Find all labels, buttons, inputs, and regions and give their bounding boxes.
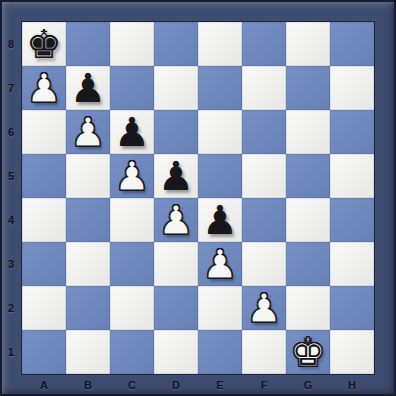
file-label-d: D — [154, 374, 198, 396]
square-a7[interactable]: ♟ — [22, 66, 66, 110]
square-e7[interactable] — [198, 66, 242, 110]
square-g8[interactable] — [286, 22, 330, 66]
square-b3[interactable] — [66, 242, 110, 286]
square-h7[interactable] — [330, 66, 374, 110]
white-pawn-c5[interactable]: ♟ — [114, 154, 150, 198]
square-g7[interactable] — [286, 66, 330, 110]
square-f4[interactable] — [242, 198, 286, 242]
file-label-e: E — [198, 374, 242, 396]
square-h5[interactable] — [330, 154, 374, 198]
square-f2[interactable]: ♟ — [242, 286, 286, 330]
square-c8[interactable] — [110, 22, 154, 66]
square-e6[interactable] — [198, 110, 242, 154]
square-b6[interactable]: ♟ — [66, 110, 110, 154]
square-g5[interactable] — [286, 154, 330, 198]
file-label-g: G — [286, 374, 330, 396]
square-f8[interactable] — [242, 22, 286, 66]
square-b4[interactable] — [66, 198, 110, 242]
square-a5[interactable] — [22, 154, 66, 198]
rank-label-4: 4 — [0, 198, 22, 242]
square-a1[interactable] — [22, 330, 66, 374]
rank-label-6: 6 — [0, 110, 22, 154]
square-d4[interactable]: ♟ — [154, 198, 198, 242]
black-pawn-b7[interactable]: ♟ — [70, 66, 106, 110]
square-b1[interactable] — [66, 330, 110, 374]
square-h3[interactable] — [330, 242, 374, 286]
white-pawn-f2[interactable]: ♟ — [246, 286, 282, 330]
board: ♚♟♟♟♟♟♟♟♟♟♟♚ — [22, 22, 374, 374]
file-label-h: H — [330, 374, 374, 396]
rank-label-7: 7 — [0, 66, 22, 110]
chess-diagram-frame: 87654321 ♚♟♟♟♟♟♟♟♟♟♟♚ ABCDEFGH — [0, 0, 396, 396]
file-label-b: B — [66, 374, 110, 396]
rank-label-1: 1 — [0, 330, 22, 374]
file-labels: ABCDEFGH — [22, 374, 374, 396]
square-a2[interactable] — [22, 286, 66, 330]
white-pawn-e3[interactable]: ♟ — [202, 242, 238, 286]
black-pawn-d5[interactable]: ♟ — [158, 154, 194, 198]
square-b2[interactable] — [66, 286, 110, 330]
square-g4[interactable] — [286, 198, 330, 242]
rank-label-3: 3 — [0, 242, 22, 286]
square-e3[interactable]: ♟ — [198, 242, 242, 286]
square-e4[interactable]: ♟ — [198, 198, 242, 242]
square-c1[interactable] — [110, 330, 154, 374]
square-d3[interactable] — [154, 242, 198, 286]
square-d1[interactable] — [154, 330, 198, 374]
square-f1[interactable] — [242, 330, 286, 374]
rank-label-5: 5 — [0, 154, 22, 198]
square-h2[interactable] — [330, 286, 374, 330]
square-h6[interactable] — [330, 110, 374, 154]
black-king-a8[interactable]: ♚ — [26, 22, 62, 66]
square-c7[interactable] — [110, 66, 154, 110]
square-b7[interactable]: ♟ — [66, 66, 110, 110]
square-g2[interactable] — [286, 286, 330, 330]
square-c5[interactable]: ♟ — [110, 154, 154, 198]
square-c6[interactable]: ♟ — [110, 110, 154, 154]
square-h1[interactable] — [330, 330, 374, 374]
square-e1[interactable] — [198, 330, 242, 374]
white-king-g1[interactable]: ♚ — [290, 330, 326, 374]
rank-label-2: 2 — [0, 286, 22, 330]
white-pawn-b6[interactable]: ♟ — [70, 110, 106, 154]
square-d5[interactable]: ♟ — [154, 154, 198, 198]
white-pawn-a7[interactable]: ♟ — [26, 66, 62, 110]
square-g6[interactable] — [286, 110, 330, 154]
file-label-c: C — [110, 374, 154, 396]
square-d7[interactable] — [154, 66, 198, 110]
square-b5[interactable] — [66, 154, 110, 198]
square-b8[interactable] — [66, 22, 110, 66]
square-a8[interactable]: ♚ — [22, 22, 66, 66]
square-f3[interactable] — [242, 242, 286, 286]
square-f5[interactable] — [242, 154, 286, 198]
white-pawn-d4[interactable]: ♟ — [158, 198, 194, 242]
square-c4[interactable] — [110, 198, 154, 242]
file-label-f: F — [242, 374, 286, 396]
square-e8[interactable] — [198, 22, 242, 66]
square-h8[interactable] — [330, 22, 374, 66]
black-pawn-e4[interactable]: ♟ — [202, 198, 238, 242]
black-pawn-c6[interactable]: ♟ — [114, 110, 150, 154]
square-g3[interactable] — [286, 242, 330, 286]
square-d8[interactable] — [154, 22, 198, 66]
square-d2[interactable] — [154, 286, 198, 330]
square-f7[interactable] — [242, 66, 286, 110]
square-c2[interactable] — [110, 286, 154, 330]
square-g1[interactable]: ♚ — [286, 330, 330, 374]
square-h4[interactable] — [330, 198, 374, 242]
square-f6[interactable] — [242, 110, 286, 154]
file-label-a: A — [22, 374, 66, 396]
rank-labels: 87654321 — [0, 22, 22, 374]
square-a4[interactable] — [22, 198, 66, 242]
square-e5[interactable] — [198, 154, 242, 198]
square-c3[interactable] — [110, 242, 154, 286]
rank-label-8: 8 — [0, 22, 22, 66]
square-e2[interactable] — [198, 286, 242, 330]
square-a6[interactable] — [22, 110, 66, 154]
square-d6[interactable] — [154, 110, 198, 154]
square-a3[interactable] — [22, 242, 66, 286]
